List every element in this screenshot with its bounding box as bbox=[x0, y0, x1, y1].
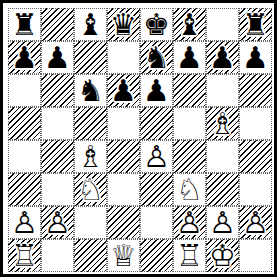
piece-glyph: ♝ bbox=[74, 8, 107, 41]
square-c8[interactable]: ♝ bbox=[74, 8, 107, 41]
square-f1[interactable]: ♜♖ bbox=[173, 239, 206, 272]
piece-glyph: ♞ bbox=[74, 74, 107, 107]
black-pawn-icon[interactable]: ♟ bbox=[206, 41, 239, 74]
white-bishop-icon[interactable]: ♝♗ bbox=[206, 107, 239, 140]
black-rook-icon[interactable]: ♜ bbox=[8, 8, 41, 41]
square-h7[interactable]: ♟ bbox=[239, 41, 272, 74]
square-b5[interactable] bbox=[41, 107, 74, 140]
square-d3[interactable] bbox=[107, 173, 140, 206]
piece-glyph: ♝ bbox=[173, 8, 206, 41]
square-f7[interactable]: ♟ bbox=[173, 41, 206, 74]
piece-glyph: ♟ bbox=[41, 41, 74, 74]
piece-outline: ♘ bbox=[74, 173, 107, 206]
square-c2[interactable] bbox=[74, 206, 107, 239]
square-b3[interactable] bbox=[41, 173, 74, 206]
square-h2[interactable]: ♟♙ bbox=[239, 206, 272, 239]
square-b6[interactable] bbox=[41, 74, 74, 107]
square-h6[interactable] bbox=[239, 74, 272, 107]
square-b7[interactable]: ♟ bbox=[41, 41, 74, 74]
square-e4[interactable]: ♟♙ bbox=[140, 140, 173, 173]
piece-outline: ♖ bbox=[8, 239, 41, 272]
square-d2[interactable] bbox=[107, 206, 140, 239]
piece-glyph: ♟ bbox=[206, 41, 239, 74]
square-a1[interactable]: ♜♖ bbox=[8, 239, 41, 272]
square-d7[interactable] bbox=[107, 41, 140, 74]
black-pawn-icon[interactable]: ♟ bbox=[8, 41, 41, 74]
square-e3[interactable] bbox=[140, 173, 173, 206]
square-f8[interactable]: ♝ bbox=[173, 8, 206, 41]
black-bishop-icon[interactable]: ♝ bbox=[74, 8, 107, 41]
piece-glyph: ♟ bbox=[8, 41, 41, 74]
black-rook-icon[interactable]: ♜ bbox=[239, 8, 272, 41]
square-e1[interactable] bbox=[140, 239, 173, 272]
piece-glyph: ♜ bbox=[239, 8, 272, 41]
square-a7[interactable]: ♟ bbox=[8, 41, 41, 74]
square-h8[interactable]: ♜ bbox=[239, 8, 272, 41]
square-f5[interactable] bbox=[173, 107, 206, 140]
black-pawn-icon[interactable]: ♟ bbox=[140, 74, 173, 107]
chess-board: ♜♝♛♚♝♜♟♟♞♟♟♟♞♟♟♝♗♝♗♟♙♞♘♞♘♟♙♟♙♟♙♟♙♟♙♜♖♛♕♜… bbox=[8, 8, 272, 272]
square-d8[interactable]: ♛ bbox=[107, 8, 140, 41]
square-c6[interactable]: ♞ bbox=[74, 74, 107, 107]
square-e8[interactable]: ♚ bbox=[140, 8, 173, 41]
square-d6[interactable]: ♟ bbox=[107, 74, 140, 107]
square-e7[interactable]: ♞ bbox=[140, 41, 173, 74]
square-g5[interactable]: ♝♗ bbox=[206, 107, 239, 140]
black-pawn-icon[interactable]: ♟ bbox=[107, 74, 140, 107]
piece-outline: ♙ bbox=[173, 206, 206, 239]
piece-outline: ♘ bbox=[173, 173, 206, 206]
square-b1[interactable] bbox=[41, 239, 74, 272]
square-c7[interactable] bbox=[74, 41, 107, 74]
square-e5[interactable] bbox=[140, 107, 173, 140]
square-c3[interactable]: ♞♘ bbox=[74, 173, 107, 206]
white-knight-icon[interactable]: ♞♘ bbox=[173, 173, 206, 206]
square-c5[interactable] bbox=[74, 107, 107, 140]
piece-outline: ♙ bbox=[239, 206, 272, 239]
square-e6[interactable]: ♟ bbox=[140, 74, 173, 107]
square-g6[interactable] bbox=[206, 74, 239, 107]
piece-outline: ♗ bbox=[206, 107, 239, 140]
white-king-icon[interactable]: ♚♔ bbox=[206, 239, 239, 272]
piece-outline: ♙ bbox=[206, 206, 239, 239]
piece-outline: ♙ bbox=[140, 140, 173, 173]
piece-glyph: ♛ bbox=[107, 8, 140, 41]
square-a2[interactable]: ♟♙ bbox=[8, 206, 41, 239]
white-pawn-icon[interactable]: ♟♙ bbox=[41, 206, 74, 239]
square-c4[interactable]: ♝♗ bbox=[74, 140, 107, 173]
square-f6[interactable] bbox=[173, 74, 206, 107]
white-queen-icon[interactable]: ♛♕ bbox=[107, 239, 140, 272]
black-knight-icon[interactable]: ♞ bbox=[74, 74, 107, 107]
piece-glyph: ♜ bbox=[8, 8, 41, 41]
black-pawn-icon[interactable]: ♟ bbox=[41, 41, 74, 74]
black-pawn-icon[interactable]: ♟ bbox=[239, 41, 272, 74]
piece-glyph: ♚ bbox=[140, 8, 173, 41]
piece-glyph: ♟ bbox=[140, 74, 173, 107]
piece-outline: ♗ bbox=[74, 140, 107, 173]
square-g4[interactable] bbox=[206, 140, 239, 173]
square-a3[interactable] bbox=[8, 173, 41, 206]
square-a5[interactable] bbox=[8, 107, 41, 140]
square-b4[interactable] bbox=[41, 140, 74, 173]
piece-outline: ♙ bbox=[8, 206, 41, 239]
white-pawn-icon[interactable]: ♟♙ bbox=[140, 140, 173, 173]
square-f2[interactable]: ♟♙ bbox=[173, 206, 206, 239]
piece-outline: ♕ bbox=[107, 239, 140, 272]
piece-glyph: ♞ bbox=[140, 41, 173, 74]
square-b2[interactable]: ♟♙ bbox=[41, 206, 74, 239]
piece-glyph: ♟ bbox=[173, 41, 206, 74]
square-d1[interactable]: ♛♕ bbox=[107, 239, 140, 272]
black-bishop-icon[interactable]: ♝ bbox=[173, 8, 206, 41]
square-g2[interactable]: ♟♙ bbox=[206, 206, 239, 239]
black-knight-icon[interactable]: ♞ bbox=[140, 41, 173, 74]
square-d4[interactable] bbox=[107, 140, 140, 173]
piece-outline: ♙ bbox=[41, 206, 74, 239]
square-h1[interactable] bbox=[239, 239, 272, 272]
square-h4[interactable] bbox=[239, 140, 272, 173]
square-f3[interactable]: ♞♘ bbox=[173, 173, 206, 206]
square-b8[interactable] bbox=[41, 8, 74, 41]
square-g3[interactable] bbox=[206, 173, 239, 206]
white-pawn-icon[interactable]: ♟♙ bbox=[173, 206, 206, 239]
white-pawn-icon[interactable]: ♟♙ bbox=[206, 206, 239, 239]
square-g8[interactable] bbox=[206, 8, 239, 41]
square-h5[interactable] bbox=[239, 107, 272, 140]
piece-glyph: ♟ bbox=[239, 41, 272, 74]
white-rook-icon[interactable]: ♜♖ bbox=[8, 239, 41, 272]
square-g7[interactable]: ♟ bbox=[206, 41, 239, 74]
square-c1[interactable] bbox=[74, 239, 107, 272]
square-g1[interactable]: ♚♔ bbox=[206, 239, 239, 272]
piece-outline: ♔ bbox=[206, 239, 239, 272]
square-f4[interactable] bbox=[173, 140, 206, 173]
piece-glyph: ♟ bbox=[107, 74, 140, 107]
white-knight-icon[interactable]: ♞♘ bbox=[74, 173, 107, 206]
white-pawn-icon[interactable]: ♟♙ bbox=[8, 206, 41, 239]
black-queen-icon[interactable]: ♛ bbox=[107, 8, 140, 41]
black-pawn-icon[interactable]: ♟ bbox=[173, 41, 206, 74]
white-pawn-icon[interactable]: ♟♙ bbox=[239, 206, 272, 239]
white-bishop-icon[interactable]: ♝♗ bbox=[74, 140, 107, 173]
piece-outline: ♖ bbox=[173, 239, 206, 272]
square-e2[interactable] bbox=[140, 206, 173, 239]
square-a4[interactable] bbox=[8, 140, 41, 173]
white-rook-icon[interactable]: ♜♖ bbox=[173, 239, 206, 272]
black-king-icon[interactable]: ♚ bbox=[140, 8, 173, 41]
square-d5[interactable] bbox=[107, 107, 140, 140]
square-a8[interactable]: ♜ bbox=[8, 8, 41, 41]
square-a6[interactable] bbox=[8, 74, 41, 107]
chess-diagram: ♜♝♛♚♝♜♟♟♞♟♟♟♞♟♟♝♗♝♗♟♙♞♘♞♘♟♙♟♙♟♙♟♙♟♙♜♖♛♕♜… bbox=[0, 0, 280, 280]
square-h3[interactable] bbox=[239, 173, 272, 206]
